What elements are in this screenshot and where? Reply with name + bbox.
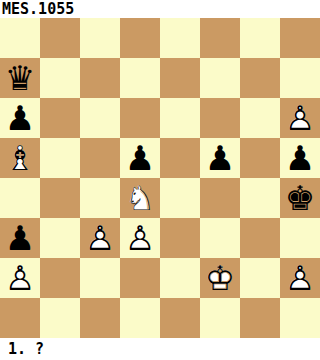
square-b3[interactable] bbox=[40, 218, 80, 258]
square-f4[interactable] bbox=[200, 178, 240, 218]
square-h4[interactable]: ♚ bbox=[280, 178, 320, 218]
square-g1[interactable] bbox=[240, 298, 280, 338]
square-g8[interactable] bbox=[240, 18, 280, 58]
white-king-piece: ♚♔ bbox=[205, 258, 235, 298]
square-f8[interactable] bbox=[200, 18, 240, 58]
square-e5[interactable] bbox=[160, 138, 200, 178]
square-h1[interactable] bbox=[280, 298, 320, 338]
black-pawn-piece: ♟ bbox=[5, 218, 35, 258]
white-knight-piece: ♞♘ bbox=[125, 178, 155, 218]
square-b4[interactable] bbox=[40, 178, 80, 218]
chess-puzzle-window: MES.1055 ♛♟♟♙♝♗♟♟♟♞♘♚♟♟♙♟♙♟♙♚♔♟♙ 1. ? bbox=[0, 0, 320, 360]
square-g7[interactable] bbox=[240, 58, 280, 98]
black-queen-piece: ♛ bbox=[5, 58, 35, 98]
square-c2[interactable] bbox=[80, 258, 120, 298]
square-h7[interactable] bbox=[280, 58, 320, 98]
square-b7[interactable] bbox=[40, 58, 80, 98]
square-c5[interactable] bbox=[80, 138, 120, 178]
square-d4[interactable]: ♞♘ bbox=[120, 178, 160, 218]
square-g5[interactable] bbox=[240, 138, 280, 178]
square-h3[interactable] bbox=[280, 218, 320, 258]
square-d1[interactable] bbox=[120, 298, 160, 338]
black-pawn-piece: ♟ bbox=[205, 138, 235, 178]
square-a5[interactable]: ♝♗ bbox=[0, 138, 40, 178]
square-e8[interactable] bbox=[160, 18, 200, 58]
square-c6[interactable] bbox=[80, 98, 120, 138]
chess-board: ♛♟♟♙♝♗♟♟♟♞♘♚♟♟♙♟♙♟♙♚♔♟♙ bbox=[0, 18, 320, 338]
square-f2[interactable]: ♚♔ bbox=[200, 258, 240, 298]
square-e7[interactable] bbox=[160, 58, 200, 98]
square-a7[interactable]: ♛ bbox=[0, 58, 40, 98]
black-pawn-piece: ♟ bbox=[125, 138, 155, 178]
square-d8[interactable] bbox=[120, 18, 160, 58]
square-g4[interactable] bbox=[240, 178, 280, 218]
square-d2[interactable] bbox=[120, 258, 160, 298]
square-b5[interactable] bbox=[40, 138, 80, 178]
square-c8[interactable] bbox=[80, 18, 120, 58]
move-prompt: 1. ? bbox=[0, 338, 320, 360]
black-king-piece: ♚ bbox=[285, 178, 315, 218]
square-b8[interactable] bbox=[40, 18, 80, 58]
square-g3[interactable] bbox=[240, 218, 280, 258]
square-b2[interactable] bbox=[40, 258, 80, 298]
square-h2[interactable]: ♟♙ bbox=[280, 258, 320, 298]
square-c4[interactable] bbox=[80, 178, 120, 218]
square-e4[interactable] bbox=[160, 178, 200, 218]
white-pawn-piece: ♟♙ bbox=[125, 218, 155, 258]
square-b6[interactable] bbox=[40, 98, 80, 138]
square-g2[interactable] bbox=[240, 258, 280, 298]
square-e3[interactable] bbox=[160, 218, 200, 258]
square-a6[interactable]: ♟ bbox=[0, 98, 40, 138]
square-d3[interactable]: ♟♙ bbox=[120, 218, 160, 258]
black-pawn-piece: ♟ bbox=[5, 98, 35, 138]
white-pawn-piece: ♟♙ bbox=[285, 98, 315, 138]
square-b1[interactable] bbox=[40, 298, 80, 338]
square-e6[interactable] bbox=[160, 98, 200, 138]
square-d7[interactable] bbox=[120, 58, 160, 98]
white-pawn-piece: ♟♙ bbox=[5, 258, 35, 298]
square-d5[interactable]: ♟ bbox=[120, 138, 160, 178]
black-pawn-piece: ♟ bbox=[285, 138, 315, 178]
puzzle-title: MES.1055 bbox=[0, 0, 320, 18]
square-a3[interactable]: ♟ bbox=[0, 218, 40, 258]
white-pawn-piece: ♟♙ bbox=[285, 258, 315, 298]
square-h5[interactable]: ♟ bbox=[280, 138, 320, 178]
square-c7[interactable] bbox=[80, 58, 120, 98]
square-a8[interactable] bbox=[0, 18, 40, 58]
square-c1[interactable] bbox=[80, 298, 120, 338]
square-e1[interactable] bbox=[160, 298, 200, 338]
square-h8[interactable] bbox=[280, 18, 320, 58]
square-f7[interactable] bbox=[200, 58, 240, 98]
white-pawn-piece: ♟♙ bbox=[85, 218, 115, 258]
square-c3[interactable]: ♟♙ bbox=[80, 218, 120, 258]
square-f3[interactable] bbox=[200, 218, 240, 258]
square-a1[interactable] bbox=[0, 298, 40, 338]
square-h6[interactable]: ♟♙ bbox=[280, 98, 320, 138]
square-e2[interactable] bbox=[160, 258, 200, 298]
square-f5[interactable]: ♟ bbox=[200, 138, 240, 178]
square-d6[interactable] bbox=[120, 98, 160, 138]
square-a2[interactable]: ♟♙ bbox=[0, 258, 40, 298]
square-g6[interactable] bbox=[240, 98, 280, 138]
square-a4[interactable] bbox=[0, 178, 40, 218]
square-f1[interactable] bbox=[200, 298, 240, 338]
square-f6[interactable] bbox=[200, 98, 240, 138]
white-bishop-piece: ♝♗ bbox=[5, 138, 35, 178]
